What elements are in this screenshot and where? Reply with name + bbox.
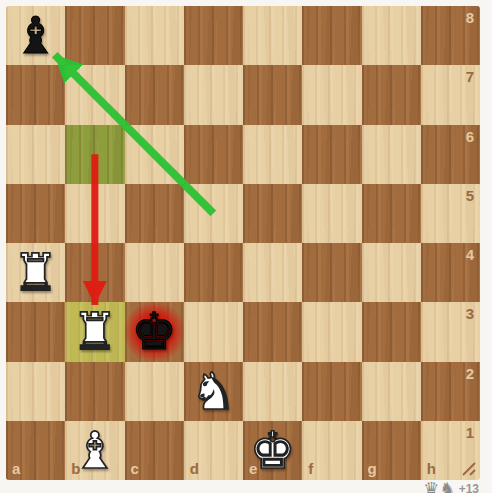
square-e5[interactable] <box>243 184 302 243</box>
square-h5[interactable]: 5 <box>421 184 480 243</box>
square-c6[interactable] <box>125 125 184 184</box>
captured-piece-icon: ♛ <box>423 478 439 493</box>
page: { "game": "chess", "position": "b7/8/8/8… <box>0 0 492 493</box>
square-c2[interactable] <box>125 362 184 421</box>
square-h6[interactable]: 6 <box>421 125 480 184</box>
square-f6[interactable] <box>302 125 361 184</box>
square-g4[interactable] <box>362 243 421 302</box>
square-h3[interactable]: 3 <box>421 302 480 361</box>
square-a2[interactable] <box>6 362 65 421</box>
square-g5[interactable] <box>362 184 421 243</box>
square-g3[interactable] <box>362 302 421 361</box>
square-f8[interactable] <box>302 6 361 65</box>
square-g1[interactable]: g <box>362 421 421 480</box>
square-g8[interactable] <box>362 6 421 65</box>
piece-white-rook-a4[interactable]: ♜ <box>6 243 65 302</box>
coord-file-f: f <box>308 461 313 476</box>
square-d6[interactable] <box>184 125 243 184</box>
square-e6[interactable] <box>243 125 302 184</box>
coord-rank-8: 8 <box>466 10 474 25</box>
squares-layer: 8765432abcdefgh1 <box>6 6 480 480</box>
square-h4[interactable]: 4 <box>421 243 480 302</box>
square-d7[interactable] <box>184 65 243 124</box>
square-h2[interactable]: 2 <box>421 362 480 421</box>
square-b8[interactable] <box>65 6 124 65</box>
coord-file-c: c <box>131 461 139 476</box>
square-g6[interactable] <box>362 125 421 184</box>
square-f2[interactable] <box>302 362 361 421</box>
square-c7[interactable] <box>125 65 184 124</box>
square-b4[interactable] <box>65 243 124 302</box>
square-d3[interactable] <box>184 302 243 361</box>
square-d5[interactable] <box>184 184 243 243</box>
captured-pieces-indicator: ♛♞ +13 <box>423 480 479 493</box>
square-h8[interactable]: 8 <box>421 6 480 65</box>
square-d1[interactable]: d <box>184 421 243 480</box>
chess-board[interactable]: 8765432abcdefgh1 ♝♜♜♚♞♝♚ <box>6 6 480 480</box>
coord-file-h: h <box>427 461 436 476</box>
square-e7[interactable] <box>243 65 302 124</box>
square-b7[interactable] <box>65 65 124 124</box>
square-d4[interactable] <box>184 243 243 302</box>
square-f3[interactable] <box>302 302 361 361</box>
square-a5[interactable] <box>6 184 65 243</box>
coord-rank-1: 1 <box>466 425 474 440</box>
square-h7[interactable]: 7 <box>421 65 480 124</box>
coord-rank-5: 5 <box>466 188 474 203</box>
captured-piece-icon: ♞ <box>440 478 456 493</box>
square-a7[interactable] <box>6 65 65 124</box>
square-d8[interactable] <box>184 6 243 65</box>
coord-rank-6: 6 <box>466 129 474 144</box>
material-advantage: +13 <box>459 483 479 493</box>
piece-white-bishop-b1[interactable]: ♝ <box>65 421 124 480</box>
square-g7[interactable] <box>362 65 421 124</box>
square-c1[interactable]: c <box>125 421 184 480</box>
square-a1[interactable]: a <box>6 421 65 480</box>
piece-black-king-c3[interactable]: ♚ <box>125 302 184 361</box>
square-c8[interactable] <box>125 6 184 65</box>
coord-rank-3: 3 <box>466 306 474 321</box>
square-b2[interactable] <box>65 362 124 421</box>
square-b6[interactable] <box>65 125 124 184</box>
piece-white-rook-b3[interactable]: ♜ <box>65 302 124 361</box>
square-e2[interactable] <box>243 362 302 421</box>
square-f1[interactable]: f <box>302 421 361 480</box>
piece-white-knight-d2[interactable]: ♞ <box>184 362 243 421</box>
coord-rank-2: 2 <box>466 366 474 381</box>
square-g2[interactable] <box>362 362 421 421</box>
coord-rank-7: 7 <box>466 69 474 84</box>
square-c5[interactable] <box>125 184 184 243</box>
captured-piece-icons: ♛♞ <box>423 480 455 493</box>
board-resize-handle[interactable] <box>462 462 476 476</box>
square-f5[interactable] <box>302 184 361 243</box>
piece-white-king-e1[interactable]: ♚ <box>243 421 302 480</box>
square-f4[interactable] <box>302 243 361 302</box>
coord-rank-4: 4 <box>466 247 474 262</box>
square-e3[interactable] <box>243 302 302 361</box>
coord-file-a: a <box>12 461 20 476</box>
square-e4[interactable] <box>243 243 302 302</box>
square-a6[interactable] <box>6 125 65 184</box>
square-e8[interactable] <box>243 6 302 65</box>
square-f7[interactable] <box>302 65 361 124</box>
coord-file-d: d <box>190 461 199 476</box>
square-a3[interactable] <box>6 302 65 361</box>
coord-file-g: g <box>368 461 377 476</box>
square-b5[interactable] <box>65 184 124 243</box>
piece-black-bishop-a8[interactable]: ♝ <box>6 6 65 65</box>
square-c4[interactable] <box>125 243 184 302</box>
